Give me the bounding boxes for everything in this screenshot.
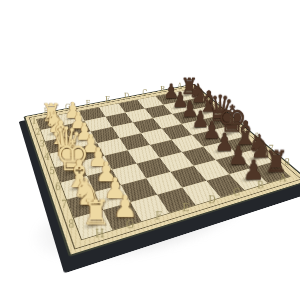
piece-white-pawn: ♟ [113,191,138,221]
rank-label-left-6: 6 [53,181,63,192]
file-label-top-C: C [141,88,148,96]
file-label-bottom-E: E [180,202,191,214]
rank-label-left-2: 2 [34,127,42,136]
file-label-bottom-C: C [232,187,242,198]
file-label-bottom-A: A [278,173,288,184]
file-label-bottom-F: F [153,210,164,222]
chess-set-photo: ♜♟♟♜♞♟♟♞♝♟♟♝♛♟♟♛♚♟♟♚♝♟♟♝♞♟♟♞♜♟♟♜ HH11GG2… [0,0,300,300]
rank-label-left-8: 8 [66,218,77,230]
rank-label-left-3: 3 [38,139,47,149]
file-label-bottom-B: B [255,180,265,191]
rank-label-left-1: 1 [30,117,38,126]
file-label-bottom-D: D [207,194,218,206]
file-label-bottom-H: H [94,227,106,240]
rank-label-left-7: 7 [59,199,70,211]
file-label-bottom-G: G [124,218,135,230]
file-label-top-E: E [104,95,111,103]
file-label-top-F: F [84,99,91,107]
file-label-top-D: D [123,92,130,100]
piece-white-rook: ♜ [81,196,110,231]
